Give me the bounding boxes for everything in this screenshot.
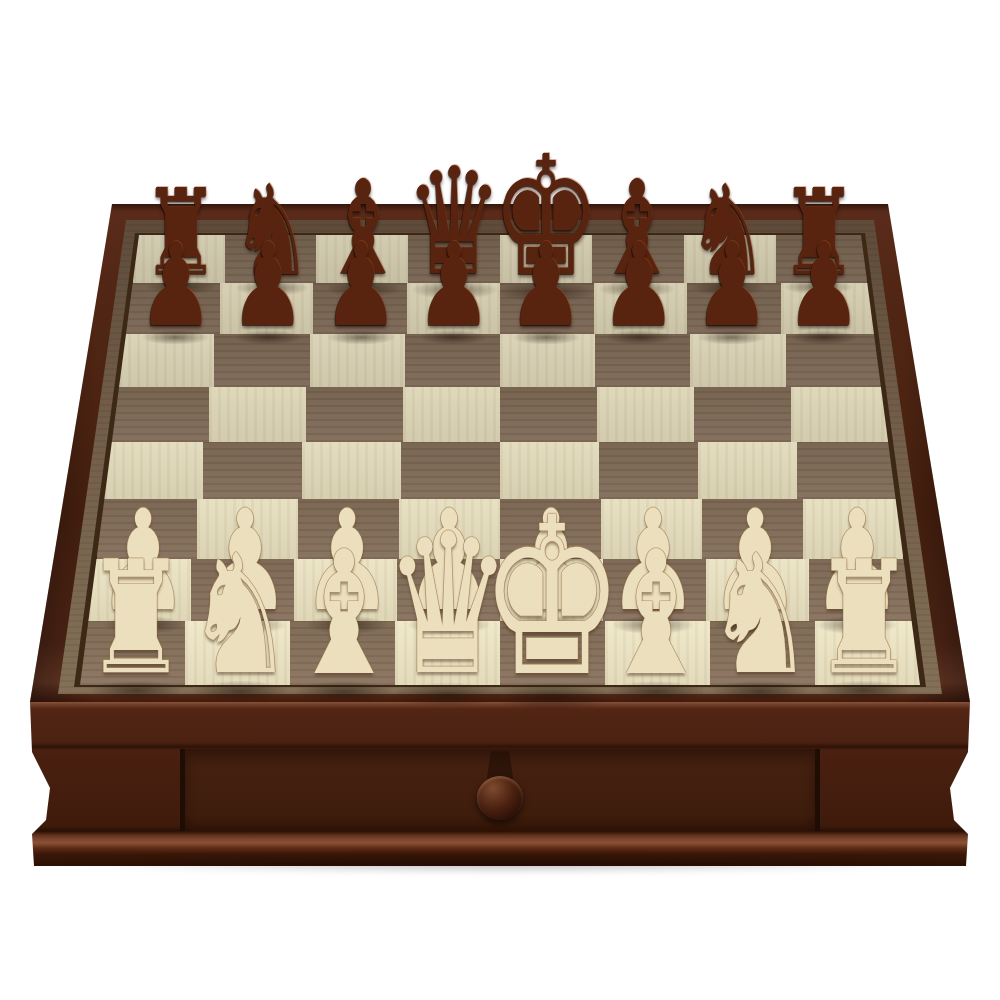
piece-black-pawn-g7[interactable]: ♟ <box>680 218 783 352</box>
square-h5[interactable] <box>791 387 888 442</box>
square-d5[interactable] <box>403 387 500 442</box>
piece-black-pawn-e7[interactable]: ♟ <box>495 218 598 352</box>
product-photo-chess-box: ♜♞♝♛♚♝♞♜♟♟♟♟♟♟♟♟♟♟♟♟♟♟♟♟♜♞♝♛♚♝♞♜ <box>0 0 1000 1000</box>
square-f5[interactable] <box>597 387 694 442</box>
pawn-glyph: ♟ <box>323 218 399 352</box>
square-e5[interactable] <box>500 387 597 442</box>
square-g5[interactable] <box>694 387 791 442</box>
pawn-glyph: ♟ <box>138 218 214 352</box>
ground-shadow <box>60 855 940 873</box>
drawer-knob[interactable] <box>477 776 523 820</box>
piece-white-rook-h1[interactable]: ♜ <box>794 528 934 710</box>
piece-black-pawn-d7[interactable]: ♟ <box>402 218 505 352</box>
rank-row-5 <box>112 387 888 442</box>
piece-black-pawn-a7[interactable]: ♟ <box>124 218 227 352</box>
pawn-glyph: ♟ <box>416 218 492 352</box>
pawn-glyph: ♟ <box>693 218 769 352</box>
piece-black-pawn-b7[interactable]: ♟ <box>217 218 320 352</box>
pawn-glyph: ♟ <box>230 218 306 352</box>
pawn-glyph: ♟ <box>508 218 584 352</box>
piece-black-pawn-h7[interactable]: ♟ <box>773 218 876 352</box>
piece-black-pawn-c7[interactable]: ♟ <box>309 218 412 352</box>
pawn-glyph: ♟ <box>601 218 677 352</box>
square-c5[interactable] <box>306 387 403 442</box>
pawn-glyph: ♟ <box>786 218 862 352</box>
rook-glyph: ♜ <box>812 528 915 710</box>
piece-black-pawn-f7[interactable]: ♟ <box>587 218 690 352</box>
square-b5[interactable] <box>209 387 306 442</box>
square-a5[interactable] <box>112 387 209 442</box>
